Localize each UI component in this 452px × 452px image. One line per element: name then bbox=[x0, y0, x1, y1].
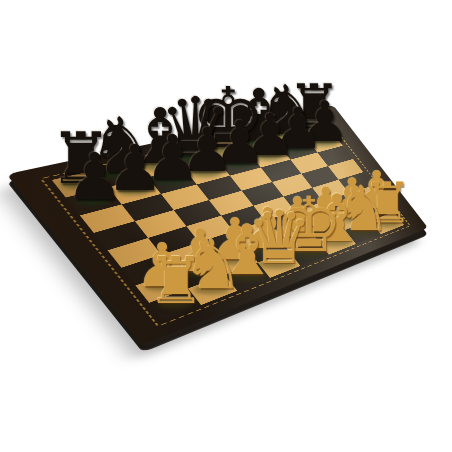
square-d3 bbox=[233, 221, 277, 247]
square-b4 bbox=[148, 226, 198, 254]
piece-felt-shadow bbox=[219, 257, 249, 265]
square-h5 bbox=[328, 159, 363, 180]
square-b3 bbox=[162, 243, 212, 272]
piece-felt-shadow bbox=[223, 160, 254, 168]
piece-felt-shadow bbox=[268, 130, 304, 140]
piece-felt-shadow bbox=[158, 299, 191, 308]
white-bishop-glyph: ♝ bbox=[308, 186, 366, 251]
square-c5 bbox=[173, 200, 221, 226]
piece-felt-shadow bbox=[345, 228, 377, 237]
white-pawn-glyph: ♟ bbox=[273, 191, 323, 246]
square-b5 bbox=[135, 210, 186, 238]
piece-felt-shadow bbox=[184, 269, 215, 277]
black-queen-glyph: ♛ bbox=[159, 87, 232, 168]
square-h8 bbox=[296, 119, 333, 139]
piece-felt-shadow bbox=[228, 272, 264, 282]
white-rook-glyph: ♜ bbox=[362, 175, 412, 231]
square-c3 bbox=[199, 231, 246, 258]
square-a4 bbox=[108, 238, 162, 268]
piece-felt-shadow bbox=[282, 145, 312, 153]
black-knight-glyph: ♞ bbox=[257, 76, 319, 145]
square-e3 bbox=[265, 211, 306, 236]
white-pawn-glyph: ♟ bbox=[209, 211, 261, 269]
square-f7 bbox=[249, 145, 289, 167]
piece-felt-shadow bbox=[288, 247, 327, 258]
square-d2 bbox=[245, 236, 288, 263]
black-rook-glyph: ♜ bbox=[49, 122, 113, 193]
square-h3 bbox=[349, 185, 384, 207]
white-pawn-glyph: ♟ bbox=[135, 235, 189, 295]
square-c1 bbox=[224, 262, 270, 291]
piece-felt-shadow bbox=[100, 169, 140, 180]
square-e4 bbox=[253, 196, 295, 220]
white-bishop-glyph: ♝ bbox=[216, 217, 278, 286]
square-a2 bbox=[135, 271, 188, 302]
piece-felt-shadow bbox=[117, 186, 150, 195]
square-g4 bbox=[312, 180, 349, 202]
square-b6 bbox=[122, 194, 174, 221]
board-side-edge bbox=[6, 112, 428, 353]
board-cast-shadow bbox=[0, 120, 420, 361]
piece-felt-shadow bbox=[319, 238, 353, 247]
square-b8 bbox=[95, 161, 148, 187]
black-pawn-glyph: ♟ bbox=[244, 106, 296, 164]
chess-board bbox=[6, 105, 428, 346]
square-c4 bbox=[186, 216, 233, 243]
square-d4 bbox=[221, 206, 265, 232]
square-c2 bbox=[211, 247, 257, 275]
square-d7 bbox=[184, 160, 230, 184]
white-knight-glyph: ♞ bbox=[335, 178, 391, 240]
square-a7 bbox=[66, 187, 122, 215]
square-g5 bbox=[301, 166, 338, 188]
piece-felt-shadow bbox=[205, 143, 248, 155]
piece-felt-shadow bbox=[190, 168, 221, 176]
square-f5 bbox=[272, 174, 312, 197]
square-b1 bbox=[188, 275, 237, 305]
square-e8 bbox=[206, 138, 249, 160]
square-d5 bbox=[209, 191, 254, 216]
white-rook-glyph: ♜ bbox=[147, 248, 205, 312]
piece-felt-shadow bbox=[173, 151, 215, 162]
square-f6 bbox=[261, 160, 301, 182]
white-pawn-glyph: ♟ bbox=[242, 200, 293, 256]
piece-felt-shadow bbox=[76, 196, 110, 205]
piece-felt-shadow bbox=[372, 219, 401, 227]
square-g2 bbox=[334, 207, 370, 230]
white-pawn-glyph: ♟ bbox=[354, 165, 401, 217]
piece-felt-shadow bbox=[362, 206, 389, 213]
square-b7 bbox=[108, 178, 160, 205]
piece-felt-shadow bbox=[311, 224, 339, 232]
square-f1 bbox=[318, 230, 356, 255]
square-g8 bbox=[268, 125, 307, 146]
pieces-layer: ♜♞♝♟♟♚♟♛♟♝♟♞♟♜♟♟♟♟♜♟♞♟♝♟♚♟♛♟♝♟♞♜ bbox=[0, 0, 452, 452]
piece-felt-shadow bbox=[155, 177, 187, 186]
board-layer bbox=[0, 0, 452, 452]
black-pawn-glyph: ♟ bbox=[273, 100, 324, 157]
piece-felt-shadow bbox=[254, 152, 284, 160]
square-a6 bbox=[80, 204, 135, 233]
square-a3 bbox=[121, 255, 174, 286]
square-c8 bbox=[135, 153, 184, 178]
piece-felt-shadow bbox=[297, 124, 329, 133]
piece-felt-shadow bbox=[309, 138, 338, 146]
piece-felt-shadow bbox=[239, 137, 276, 147]
square-f3 bbox=[295, 202, 334, 226]
square-d8 bbox=[172, 145, 218, 168]
piece-felt-shadow bbox=[282, 234, 311, 242]
square-e6 bbox=[230, 167, 273, 190]
black-pawn-glyph: ♟ bbox=[180, 120, 234, 181]
black-bishop-glyph: ♝ bbox=[126, 99, 195, 176]
white-knight-glyph: ♞ bbox=[182, 230, 244, 299]
square-g6 bbox=[290, 152, 328, 173]
piece-felt-shadow bbox=[138, 160, 178, 171]
square-c6 bbox=[160, 184, 208, 210]
piece-felt-shadow bbox=[145, 283, 176, 291]
white-king-glyph: ♚ bbox=[275, 188, 343, 264]
square-g7 bbox=[279, 139, 317, 160]
white-pawn-glyph: ♟ bbox=[302, 181, 351, 235]
square-a5 bbox=[94, 221, 149, 250]
square-e7 bbox=[218, 153, 261, 176]
chess-set-photo: ♜♞♝♟♟♚♟♛♟♝♟♞♟♜♟♟♟♟♜♟♞♟♝♟♚♟♛♟♝♟♞♜ bbox=[0, 0, 452, 452]
square-a8 bbox=[52, 170, 109, 197]
square-b2 bbox=[175, 259, 224, 289]
board-cast-shadow-layer bbox=[0, 15, 444, 452]
board-inlay-border bbox=[40, 115, 411, 327]
board-sheen-overlay bbox=[6, 105, 428, 346]
black-pawn-glyph: ♟ bbox=[65, 145, 123, 210]
piece-felt-shadow bbox=[194, 285, 230, 295]
piece-felt-shadow bbox=[259, 259, 297, 269]
black-pawn-glyph: ♟ bbox=[107, 136, 164, 199]
black-rook-glyph: ♜ bbox=[287, 76, 342, 137]
square-e2 bbox=[277, 226, 318, 251]
square-d6 bbox=[196, 175, 241, 200]
square-e5 bbox=[242, 182, 284, 206]
square-c7 bbox=[148, 169, 197, 194]
piece-felt-shadow bbox=[337, 215, 365, 222]
black-king-glyph: ♚ bbox=[191, 77, 266, 160]
black-knight-glyph: ♞ bbox=[88, 108, 157, 185]
board-thickness-layer bbox=[0, 7, 452, 452]
square-f8 bbox=[238, 131, 279, 152]
square-h2 bbox=[360, 199, 394, 221]
square-g3 bbox=[323, 193, 360, 216]
square-h6 bbox=[317, 146, 353, 166]
black-pawn-glyph: ♟ bbox=[213, 113, 266, 172]
black-pawn-glyph: ♟ bbox=[145, 128, 200, 190]
piece-felt-shadow bbox=[61, 179, 98, 189]
square-d1 bbox=[258, 251, 301, 278]
square-h1 bbox=[370, 212, 404, 234]
square-f4 bbox=[284, 188, 323, 211]
square-f2 bbox=[306, 216, 344, 240]
black-pawn-glyph: ♟ bbox=[300, 94, 350, 150]
white-pawn-glyph: ♟ bbox=[328, 173, 376, 226]
square-g1 bbox=[345, 221, 381, 244]
piece-felt-shadow bbox=[252, 245, 281, 253]
square-h4 bbox=[338, 172, 373, 193]
square-e1 bbox=[289, 240, 329, 266]
square-a1 bbox=[149, 288, 201, 320]
board-grid bbox=[52, 119, 404, 320]
square-h7 bbox=[306, 132, 342, 152]
white-pawn-glyph: ♟ bbox=[174, 222, 227, 281]
black-bishop-glyph: ♝ bbox=[227, 80, 292, 152]
white-queen-glyph: ♛ bbox=[247, 201, 313, 274]
